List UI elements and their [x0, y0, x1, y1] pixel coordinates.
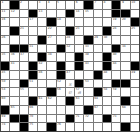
clue-number: 73 — [113, 115, 117, 118]
black-cell — [121, 80, 129, 88]
black-cell — [20, 45, 28, 53]
cell[interactable]: 40 — [112, 53, 120, 61]
cell[interactable] — [10, 88, 18, 96]
cell[interactable]: 19 — [112, 18, 120, 26]
cell[interactable]: 22 — [47, 27, 55, 35]
cell[interactable] — [57, 36, 65, 44]
clue-number: 45 — [2, 71, 6, 74]
clue-number: 62 — [48, 97, 52, 100]
cell[interactable] — [47, 45, 55, 53]
black-cell — [29, 71, 37, 79]
clue-number: 74 — [2, 123, 6, 126]
cell[interactable] — [121, 62, 129, 70]
clue-number: 3 — [39, 1, 41, 4]
cell[interactable]: 1 — [1, 1, 9, 9]
cell[interactable]: 46 — [38, 71, 46, 79]
black-cell — [66, 115, 74, 123]
cell[interactable] — [29, 53, 37, 61]
cell[interactable] — [10, 36, 18, 44]
cell[interactable]: 49 — [131, 71, 139, 79]
cell[interactable]: 76 — [57, 123, 65, 131]
black-cell — [131, 18, 139, 26]
clue-number: 36 — [11, 53, 15, 56]
cell[interactable] — [20, 36, 28, 44]
cell[interactable] — [57, 115, 65, 123]
black-cell — [10, 45, 18, 53]
clue-number: 19 — [113, 18, 117, 21]
cell[interactable] — [20, 18, 28, 26]
cell[interactable] — [20, 10, 28, 18]
clue-number: 38 — [48, 53, 52, 56]
cell[interactable] — [131, 88, 139, 96]
black-cell — [47, 123, 55, 131]
cell[interactable] — [75, 71, 83, 79]
cell[interactable]: 14 — [75, 10, 83, 18]
cell[interactable]: 57a — [75, 88, 83, 96]
black-cell — [1, 62, 9, 70]
clue-number: 65 — [11, 106, 15, 109]
cell[interactable]: 28 — [66, 36, 74, 44]
cell[interactable]: 33 — [84, 45, 92, 53]
cell[interactable]: 42 — [38, 62, 46, 70]
clue-number: 23 — [76, 27, 80, 30]
black-cell — [66, 10, 74, 18]
cell[interactable] — [94, 80, 102, 88]
black-cell — [112, 1, 120, 9]
cell[interactable]: 6 — [75, 1, 83, 9]
cell[interactable] — [10, 80, 18, 88]
clue-number: 17 — [29, 18, 33, 21]
cell[interactable]: 67 — [94, 106, 102, 114]
black-cell — [66, 97, 74, 105]
clue-number: 11 — [2, 10, 6, 13]
black-cell — [121, 97, 129, 105]
cell[interactable]: 73 — [112, 115, 120, 123]
cell[interactable] — [112, 123, 120, 131]
cell[interactable] — [20, 71, 28, 79]
cell[interactable]: 7 — [94, 1, 102, 9]
cell[interactable] — [121, 88, 129, 96]
cell[interactable]: 54 — [1, 88, 9, 96]
cell[interactable]: 32 — [66, 45, 74, 53]
clue-number: 47 — [66, 71, 70, 74]
cell[interactable] — [94, 10, 102, 18]
clue-number: 68 — [122, 106, 126, 109]
clue-number: 51 — [29, 80, 33, 83]
cell[interactable]: 38 — [47, 53, 55, 61]
cell[interactable] — [38, 80, 46, 88]
black-cell — [103, 62, 111, 70]
cell[interactable] — [57, 10, 65, 18]
cell[interactable]: 37 — [20, 53, 28, 61]
black-cell — [112, 45, 120, 53]
cell[interactable] — [57, 97, 65, 105]
cell[interactable] — [1, 45, 9, 53]
black-cell — [121, 10, 129, 18]
cell[interactable] — [131, 36, 139, 44]
cell[interactable] — [84, 97, 92, 105]
cell[interactable] — [20, 62, 28, 70]
crossword-grid: 1234567891011121314151617181920212223242… — [0, 0, 140, 132]
cell[interactable]: 8 — [103, 1, 111, 9]
clue-number: 16 — [2, 18, 6, 21]
clue-number: 46 — [39, 71, 43, 74]
cell[interactable] — [75, 18, 83, 26]
clue-number: 55 — [20, 88, 24, 91]
cell[interactable]: 27 — [47, 36, 55, 44]
cell[interactable]: 71 — [75, 115, 83, 123]
clue-number: 33 — [85, 45, 89, 48]
clue-number: 7 — [94, 1, 96, 4]
clue-number: 8 — [103, 1, 105, 4]
cell[interactable] — [131, 80, 139, 88]
clue-number: 63 — [76, 97, 80, 100]
clue-number: 64 — [94, 97, 98, 100]
cell[interactable]: 55 — [20, 88, 28, 96]
cell[interactable] — [66, 18, 74, 26]
cell[interactable] — [47, 106, 55, 114]
clue-number: 52 — [57, 80, 61, 83]
cell[interactable] — [121, 115, 129, 123]
cell[interactable]: 75 — [29, 123, 37, 131]
cell[interactable]: 43 — [84, 62, 92, 70]
cell[interactable]: 45 — [1, 71, 9, 79]
cell[interactable]: 30 — [103, 36, 111, 44]
clue-number: 35 — [2, 53, 6, 56]
cell[interactable] — [84, 18, 92, 26]
cell[interactable] — [47, 71, 55, 79]
cell[interactable]: 18 — [57, 18, 65, 26]
cell[interactable]: 53 — [84, 80, 92, 88]
clue-number: 14 — [76, 10, 80, 13]
cell[interactable] — [131, 45, 139, 53]
black-cell — [57, 62, 65, 70]
black-cell — [84, 106, 92, 114]
clue-number: 43 — [85, 62, 89, 65]
cell[interactable] — [84, 88, 92, 96]
clue-number: 29 — [94, 36, 98, 39]
black-cell — [103, 115, 111, 123]
cell[interactable]: 63 — [75, 97, 83, 105]
clue-number: 4 — [48, 1, 50, 4]
cell[interactable]: 66 — [29, 106, 37, 114]
cell[interactable] — [94, 115, 102, 123]
black-cell — [1, 106, 9, 114]
clue-number: 32 — [66, 45, 70, 48]
cell[interactable]: 44 — [112, 62, 120, 70]
cell[interactable] — [38, 18, 46, 26]
cell[interactable]: 74 — [1, 123, 9, 131]
cell[interactable]: 23 — [75, 27, 83, 35]
clue-number: 28 — [66, 36, 70, 39]
black-cell — [112, 80, 120, 88]
cell[interactable] — [94, 45, 102, 53]
cell[interactable] — [94, 27, 102, 35]
cell[interactable]: 9 — [121, 1, 129, 9]
clue-number: 59 — [113, 88, 117, 91]
clue-number: 66 — [29, 106, 33, 109]
clue-number: 27 — [48, 36, 52, 39]
cell[interactable] — [131, 97, 139, 105]
black-cell — [75, 62, 83, 70]
cell[interactable] — [47, 10, 55, 18]
pencil-mark: e — [66, 89, 74, 95]
pencil-mark: a — [75, 89, 83, 95]
cell[interactable]: 48 — [103, 71, 111, 79]
clue-number: 18 — [57, 18, 61, 21]
cell[interactable] — [112, 106, 120, 114]
clue-number: 41 — [11, 62, 15, 65]
cell[interactable] — [10, 97, 18, 105]
cell[interactable]: 13 — [38, 10, 46, 18]
black-cell — [75, 53, 83, 61]
black-cell — [10, 1, 18, 9]
cell[interactable] — [29, 1, 37, 9]
cell[interactable] — [94, 53, 102, 61]
cell[interactable]: 11 — [1, 10, 9, 18]
cell[interactable] — [29, 36, 37, 44]
cell[interactable] — [84, 27, 92, 35]
black-cell — [57, 71, 65, 79]
black-cell — [94, 88, 102, 96]
cell[interactable] — [131, 10, 139, 18]
clue-number: 72 — [85, 115, 89, 118]
cell[interactable]: 5 — [57, 1, 65, 9]
cell[interactable]: 68 — [121, 106, 129, 114]
clue-number: 34 — [122, 45, 126, 48]
cell[interactable] — [75, 123, 83, 131]
clue-number: 71 — [76, 115, 80, 118]
cell[interactable] — [38, 115, 46, 123]
clue-number: 40 — [113, 53, 117, 56]
cell[interactable]: 21 — [20, 27, 28, 35]
cell[interactable] — [112, 97, 120, 105]
black-cell — [47, 88, 55, 96]
cell[interactable] — [121, 36, 129, 44]
clue-number: 75 — [29, 123, 33, 126]
cell[interactable]: 62 — [47, 97, 55, 105]
clue-number: 44 — [113, 62, 117, 65]
cell[interactable] — [38, 106, 46, 114]
cell[interactable] — [47, 62, 55, 70]
cell[interactable] — [131, 123, 139, 131]
cell[interactable] — [10, 18, 18, 26]
cell[interactable]: 65 — [10, 106, 18, 114]
cell[interactable] — [10, 71, 18, 79]
black-cell — [29, 62, 37, 70]
clue-number: 15 — [85, 10, 89, 13]
cell[interactable]: 3 — [38, 1, 46, 9]
crossword-page: 1234567891011121314151617181920212223242… — [0, 0, 140, 132]
cell[interactable]: 51 — [29, 80, 37, 88]
clue-number: 50 — [2, 80, 6, 83]
cell[interactable] — [66, 53, 74, 61]
cell[interactable] — [57, 53, 65, 61]
clue-number: 10 — [131, 1, 135, 4]
clue-number: 54 — [2, 88, 6, 91]
cell[interactable] — [57, 27, 65, 35]
clue-number: 9 — [122, 1, 124, 4]
cell[interactable]: 72 — [84, 115, 92, 123]
cell[interactable]: 26 — [1, 36, 9, 44]
cell[interactable] — [66, 106, 74, 114]
cell[interactable] — [47, 80, 55, 88]
black-cell — [112, 10, 120, 18]
cell[interactable]: 29 — [94, 36, 102, 44]
cell[interactable] — [121, 27, 129, 35]
black-cell — [29, 10, 37, 18]
black-cell — [75, 80, 83, 88]
cell[interactable] — [103, 106, 111, 114]
cell[interactable] — [38, 27, 46, 35]
cell[interactable] — [38, 45, 46, 53]
black-cell — [38, 36, 46, 44]
cell[interactable]: 52 — [57, 80, 65, 88]
cell[interactable]: 50 — [1, 80, 9, 88]
cell[interactable] — [75, 45, 83, 53]
clue-number: 37 — [20, 53, 24, 56]
clue-number: 42 — [39, 62, 43, 65]
clue-number: 69 — [2, 115, 6, 118]
clue-number: 30 — [103, 36, 107, 39]
cell[interactable] — [38, 123, 46, 131]
clue-number: 60 — [2, 97, 6, 100]
black-cell — [10, 27, 18, 35]
black-cell — [94, 71, 102, 79]
cell[interactable]: 70 — [29, 115, 37, 123]
cell[interactable] — [112, 71, 120, 79]
cell[interactable] — [75, 106, 83, 114]
clue-number: 20 — [122, 18, 126, 21]
cell[interactable] — [103, 80, 111, 88]
clue-number: 58 — [103, 88, 107, 91]
cell[interactable] — [29, 27, 37, 35]
clue-number: 22 — [48, 27, 52, 30]
cell[interactable] — [131, 53, 139, 61]
black-cell — [121, 123, 129, 131]
cell[interactable]: 34 — [121, 45, 129, 53]
black-cell — [84, 1, 92, 9]
cell[interactable] — [94, 123, 102, 131]
clue-number: 76 — [57, 123, 61, 126]
cell[interactable] — [103, 10, 111, 18]
clue-number: 61 — [39, 97, 43, 100]
cell[interactable] — [57, 106, 65, 114]
clue-number: 26 — [2, 36, 6, 39]
cell[interactable] — [131, 106, 139, 114]
clue-number: 12 — [11, 10, 15, 13]
cell[interactable]: 10 — [131, 1, 139, 9]
clue-number: 70 — [29, 115, 33, 118]
cell[interactable] — [47, 115, 55, 123]
cell[interactable] — [103, 123, 111, 131]
cell[interactable] — [131, 115, 139, 123]
cell[interactable] — [112, 36, 120, 44]
cell[interactable] — [66, 1, 74, 9]
cell[interactable]: 17 — [29, 18, 37, 26]
black-cell — [84, 36, 92, 44]
cell[interactable]: 56 — [57, 88, 65, 96]
cell[interactable]: 31 — [29, 45, 37, 53]
cell[interactable]: 24 — [112, 27, 120, 35]
cell[interactable] — [20, 106, 28, 114]
black-cell — [10, 115, 18, 123]
cell[interactable] — [10, 123, 18, 131]
clue-number: 53 — [85, 80, 89, 83]
clue-number: 21 — [20, 27, 24, 30]
black-cell — [47, 18, 55, 26]
clue-number: 49 — [131, 71, 135, 74]
cell[interactable] — [75, 36, 83, 44]
cell[interactable] — [94, 18, 102, 26]
cell[interactable] — [29, 88, 37, 96]
cell[interactable] — [121, 71, 129, 79]
pencil-mark: s — [66, 81, 74, 87]
clue-number: 13 — [39, 10, 43, 13]
cell[interactable]: 69 — [1, 115, 9, 123]
cell[interactable]: s — [66, 80, 74, 88]
cell[interactable]: 59 — [112, 88, 120, 96]
cell[interactable]: 36 — [10, 53, 18, 61]
cell[interactable] — [66, 123, 74, 131]
black-cell — [20, 123, 28, 131]
cell[interactable] — [103, 45, 111, 53]
cell[interactable] — [66, 62, 74, 70]
cell[interactable] — [84, 71, 92, 79]
cell[interactable]: 2 — [20, 1, 28, 9]
cell[interactable]: 39 — [84, 53, 92, 61]
cell[interactable] — [94, 62, 102, 70]
cell[interactable]: 12 — [10, 10, 18, 18]
cell[interactable]: 41 — [10, 62, 18, 70]
cell[interactable] — [121, 53, 129, 61]
clue-number: 48 — [103, 71, 107, 74]
clue-number: 39 — [85, 53, 89, 56]
cell[interactable]: 20 — [121, 18, 129, 26]
cell[interactable] — [20, 97, 28, 105]
cell[interactable] — [103, 18, 111, 26]
black-cell — [103, 53, 111, 61]
clue-number: 24 — [113, 27, 117, 30]
cell[interactable]: e — [66, 88, 74, 96]
cell[interactable]: 25 — [131, 27, 139, 35]
cell[interactable] — [38, 88, 46, 96]
clue-number: 31 — [29, 45, 33, 48]
clue-number: 56 — [57, 88, 61, 91]
cell[interactable] — [1, 27, 9, 35]
clue-number: 2 — [20, 1, 22, 4]
black-cell — [38, 53, 46, 61]
cell[interactable]: 35 — [1, 53, 9, 61]
cell[interactable]: 47 — [66, 71, 74, 79]
cell[interactable] — [84, 123, 92, 131]
black-cell — [20, 80, 28, 88]
black-cell — [103, 27, 111, 35]
black-cell — [57, 45, 65, 53]
cell[interactable]: 58 — [103, 88, 111, 96]
cell[interactable]: 64 — [94, 97, 102, 105]
clue-number: 67 — [94, 106, 98, 109]
clue-number: 6 — [76, 1, 78, 4]
cell[interactable]: 15 — [84, 10, 92, 18]
cell[interactable]: 60 — [1, 97, 9, 105]
cell[interactable]: 16 — [1, 18, 9, 26]
cell[interactable] — [103, 97, 111, 105]
clue-number: 5 — [57, 1, 59, 4]
cell[interactable]: 4 — [47, 1, 55, 9]
cell[interactable]: 61 — [38, 97, 46, 105]
black-cell — [29, 97, 37, 105]
